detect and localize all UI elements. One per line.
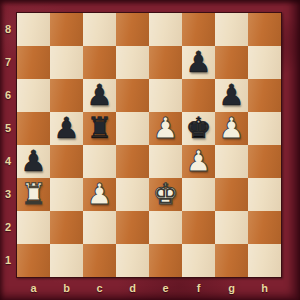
- square-f6[interactable]: [182, 79, 215, 112]
- square-d6[interactable]: [116, 79, 149, 112]
- square-c3[interactable]: ♟: [83, 178, 116, 211]
- square-d7[interactable]: [116, 46, 149, 79]
- rank-label-5: 5: [0, 112, 16, 145]
- square-h6[interactable]: [248, 79, 281, 112]
- board: ♟♟♟♟♜♟♚♟♟♟♜♟♚: [16, 12, 282, 278]
- square-f7[interactable]: ♟: [182, 46, 215, 79]
- file-label-c: c: [83, 279, 116, 297]
- square-g3[interactable]: [215, 178, 248, 211]
- square-d1[interactable]: [116, 244, 149, 277]
- square-f8[interactable]: [182, 13, 215, 46]
- square-a2[interactable]: [17, 211, 50, 244]
- square-f5[interactable]: ♚: [182, 112, 215, 145]
- square-a3[interactable]: ♜: [17, 178, 50, 211]
- rank-label-2: 2: [0, 211, 16, 244]
- square-c2[interactable]: [83, 211, 116, 244]
- white-pawn-f4: ♟: [182, 145, 215, 178]
- square-b1[interactable]: [50, 244, 83, 277]
- white-pawn-c3: ♟: [83, 178, 116, 211]
- square-h5[interactable]: [248, 112, 281, 145]
- square-g8[interactable]: [215, 13, 248, 46]
- file-label-f: f: [182, 279, 215, 297]
- chessboard-frame: ♟♟♟♟♜♟♚♟♟♟♜♟♚ 87654321 abcdefgh: [0, 0, 300, 300]
- square-d3[interactable]: [116, 178, 149, 211]
- square-g5[interactable]: ♟: [215, 112, 248, 145]
- square-e5[interactable]: ♟: [149, 112, 182, 145]
- square-h1[interactable]: [248, 244, 281, 277]
- rank-label-1: 1: [0, 244, 16, 277]
- square-c1[interactable]: [83, 244, 116, 277]
- black-pawn-a4: ♟: [17, 145, 50, 178]
- file-label-g: g: [215, 279, 248, 297]
- square-d2[interactable]: [116, 211, 149, 244]
- square-b3[interactable]: [50, 178, 83, 211]
- square-e8[interactable]: [149, 13, 182, 46]
- white-pawn-g5: ♟: [215, 112, 248, 145]
- file-label-e: e: [149, 279, 182, 297]
- square-b4[interactable]: [50, 145, 83, 178]
- black-pawn-g6: ♟: [215, 79, 248, 112]
- white-rook-a3: ♜: [17, 178, 50, 211]
- square-g1[interactable]: [215, 244, 248, 277]
- white-king-e3: ♚: [149, 178, 182, 211]
- square-a5[interactable]: [17, 112, 50, 145]
- white-pawn-e5: ♟: [149, 112, 182, 145]
- square-a7[interactable]: [17, 46, 50, 79]
- square-c5[interactable]: ♜: [83, 112, 116, 145]
- square-e6[interactable]: [149, 79, 182, 112]
- black-pawn-b5: ♟: [50, 112, 83, 145]
- file-label-b: b: [50, 279, 83, 297]
- black-pawn-c6: ♟: [83, 79, 116, 112]
- square-c8[interactable]: [83, 13, 116, 46]
- square-b7[interactable]: [50, 46, 83, 79]
- black-pawn-f7: ♟: [182, 46, 215, 79]
- square-b8[interactable]: [50, 13, 83, 46]
- square-e3[interactable]: ♚: [149, 178, 182, 211]
- square-b2[interactable]: [50, 211, 83, 244]
- square-f1[interactable]: [182, 244, 215, 277]
- square-a6[interactable]: [17, 79, 50, 112]
- square-d8[interactable]: [116, 13, 149, 46]
- square-e4[interactable]: [149, 145, 182, 178]
- square-h8[interactable]: [248, 13, 281, 46]
- square-h7[interactable]: [248, 46, 281, 79]
- square-c6[interactable]: ♟: [83, 79, 116, 112]
- square-c7[interactable]: [83, 46, 116, 79]
- square-g2[interactable]: [215, 211, 248, 244]
- square-a8[interactable]: [17, 13, 50, 46]
- square-h2[interactable]: [248, 211, 281, 244]
- square-g4[interactable]: [215, 145, 248, 178]
- rank-label-6: 6: [0, 79, 16, 112]
- square-g6[interactable]: ♟: [215, 79, 248, 112]
- square-a4[interactable]: ♟: [17, 145, 50, 178]
- square-c4[interactable]: [83, 145, 116, 178]
- square-a1[interactable]: [17, 244, 50, 277]
- black-king-f5: ♚: [182, 112, 215, 145]
- file-label-a: a: [17, 279, 50, 297]
- square-h4[interactable]: [248, 145, 281, 178]
- rank-label-4: 4: [0, 145, 16, 178]
- square-g7[interactable]: [215, 46, 248, 79]
- square-f2[interactable]: [182, 211, 215, 244]
- square-e7[interactable]: [149, 46, 182, 79]
- square-d4[interactable]: [116, 145, 149, 178]
- square-e1[interactable]: [149, 244, 182, 277]
- square-f4[interactable]: ♟: [182, 145, 215, 178]
- square-e2[interactable]: [149, 211, 182, 244]
- black-rook-c5: ♜: [83, 112, 116, 145]
- rank-label-8: 8: [0, 13, 16, 46]
- square-f3[interactable]: [182, 178, 215, 211]
- rank-label-7: 7: [0, 46, 16, 79]
- rank-label-3: 3: [0, 178, 16, 211]
- square-b5[interactable]: ♟: [50, 112, 83, 145]
- square-b6[interactable]: [50, 79, 83, 112]
- square-h3[interactable]: [248, 178, 281, 211]
- file-label-d: d: [116, 279, 149, 297]
- square-d5[interactable]: [116, 112, 149, 145]
- file-label-h: h: [248, 279, 281, 297]
